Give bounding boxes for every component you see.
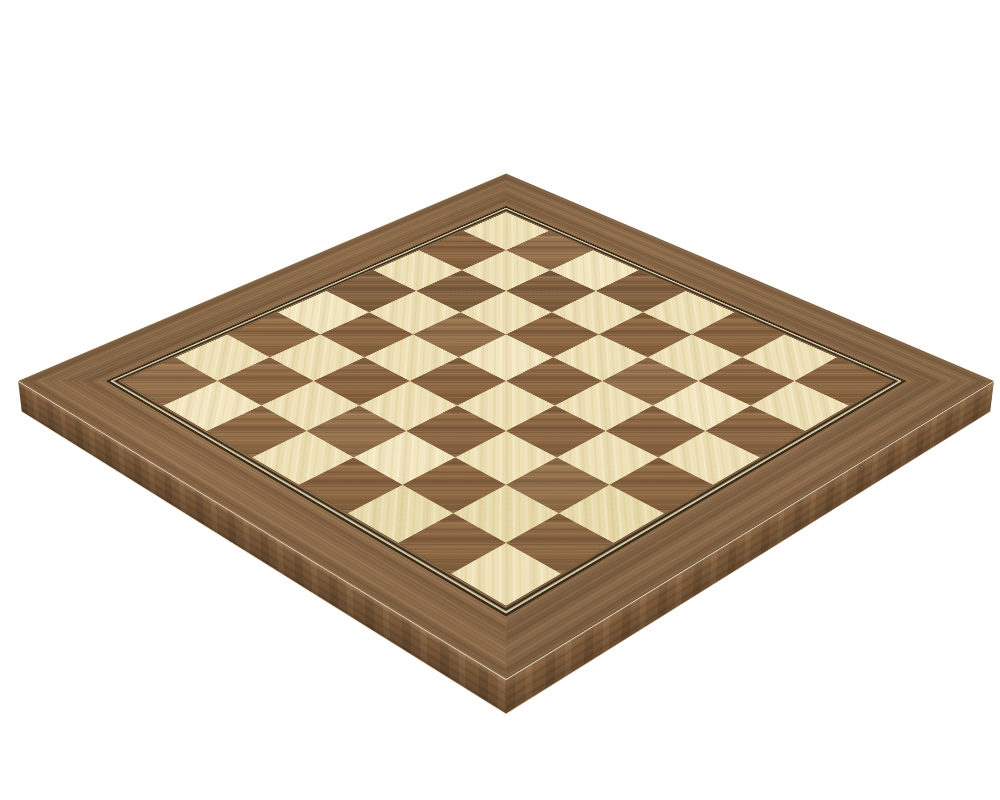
square-f4 xyxy=(506,406,606,458)
square-g1 xyxy=(398,513,506,573)
square-g5 xyxy=(606,406,706,458)
square-g2 xyxy=(453,485,559,543)
square-e2 xyxy=(354,431,456,485)
square-h3 xyxy=(559,485,665,543)
square-h1 xyxy=(451,543,561,606)
square-e3 xyxy=(406,406,506,458)
square-g6 xyxy=(653,381,751,431)
square-d2 xyxy=(307,406,407,458)
square-h2 xyxy=(506,513,614,573)
square-g3 xyxy=(506,457,610,513)
square-h4 xyxy=(610,457,714,513)
square-f3 xyxy=(455,431,557,485)
square-f2 xyxy=(402,457,506,513)
product-photo-scene xyxy=(0,0,1000,800)
square-h6 xyxy=(705,406,805,458)
square-c2 xyxy=(261,381,359,431)
square-c1 xyxy=(207,406,307,458)
square-e4 xyxy=(457,381,555,431)
chess-board xyxy=(18,174,994,680)
square-d3 xyxy=(359,381,457,431)
square-d1 xyxy=(252,431,354,485)
square-h5 xyxy=(658,431,760,485)
square-e1 xyxy=(299,457,403,513)
board-top-face xyxy=(18,174,994,680)
square-g4 xyxy=(557,431,659,485)
playing-field xyxy=(121,212,890,606)
square-f5 xyxy=(555,381,653,431)
square-f1 xyxy=(348,485,454,543)
square-b1 xyxy=(163,381,261,431)
square-h7 xyxy=(751,381,849,431)
